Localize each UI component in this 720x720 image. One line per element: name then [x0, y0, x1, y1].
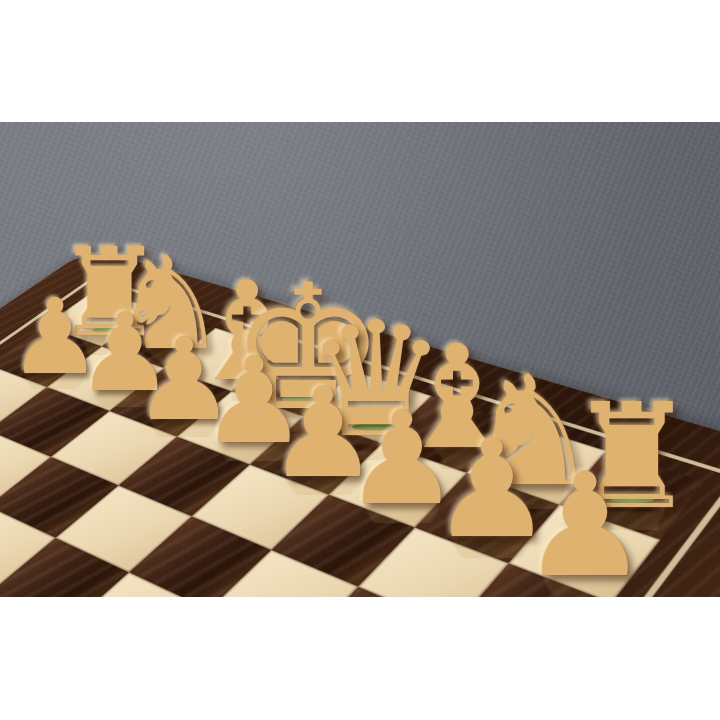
white-margin-bottom	[0, 597, 720, 720]
piece-white-pawn-a2: ♟	[514, 454, 657, 597]
chess-set-product-photo: ♜♜♞♞♝♝♚♚♛♛♝♝♞♞♜♜♟♟♟♟♟♟♟♟♟♟♟♟♟♟♟♟	[0, 0, 720, 720]
photo-area: ♜♜♞♞♝♝♚♚♛♛♝♝♞♞♜♜♟♟♟♟♟♟♟♟♟♟♟♟♟♟♟♟	[0, 122, 720, 597]
white-margin-top	[0, 0, 720, 122]
